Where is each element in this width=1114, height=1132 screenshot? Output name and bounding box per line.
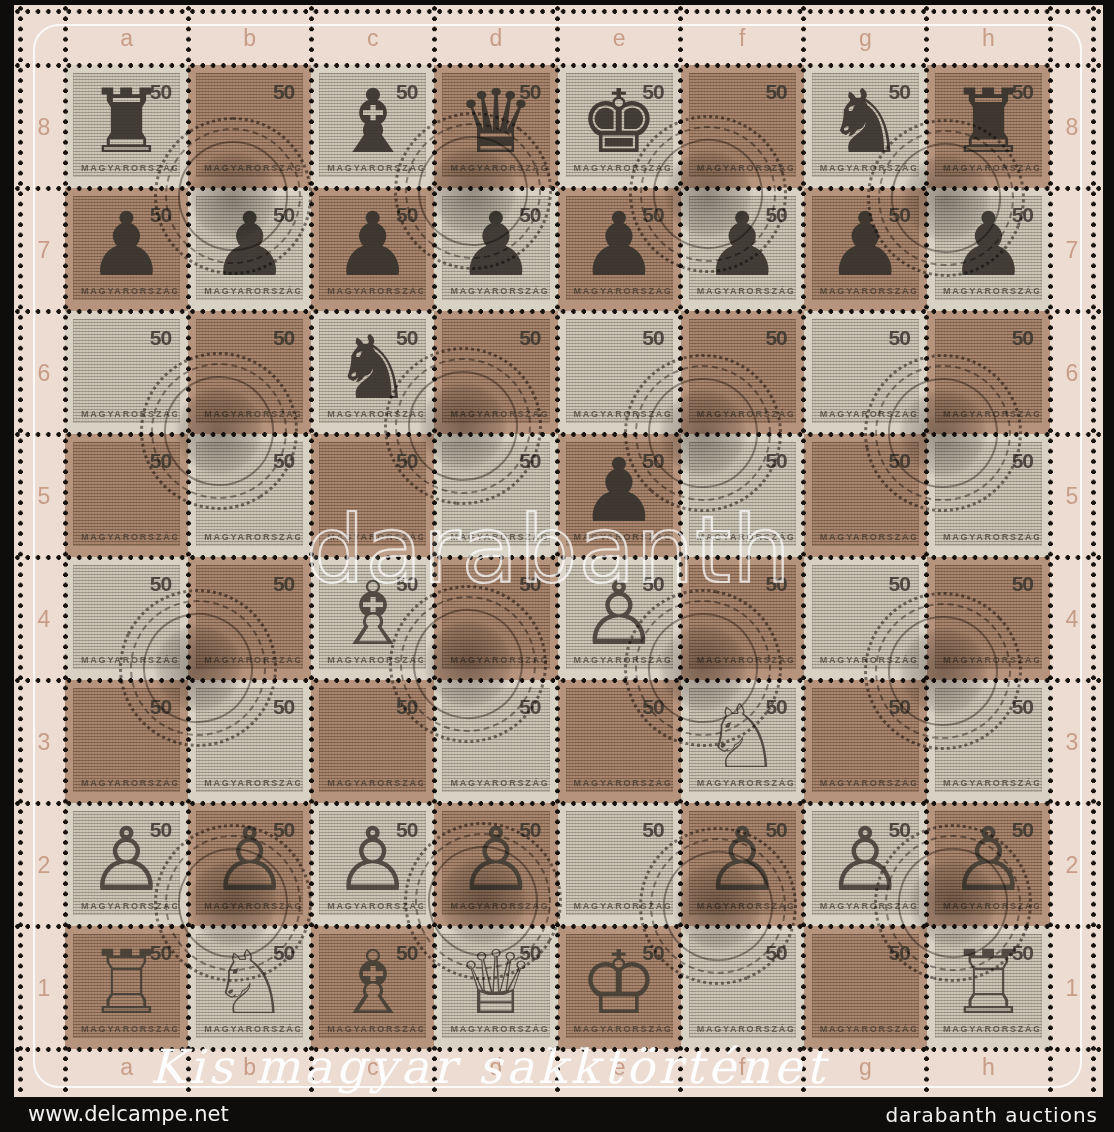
- stamp-b5: 50MAGYARORSZÁG: [188, 434, 311, 557]
- stamp-design: 50MAGYARORSZÁG: [73, 688, 180, 792]
- stamp-f7: 50MAGYARORSZÁG♟: [681, 188, 804, 311]
- white-pawn-d2: ♙: [442, 815, 549, 903]
- stamp-design: 50MAGYARORSZÁG: [689, 565, 796, 669]
- stamp-f6: 50MAGYARORSZÁG: [681, 311, 804, 434]
- stamp-denomination: 50: [519, 326, 540, 350]
- stamp-d8: 50MAGYARORSZÁG♛: [434, 65, 557, 188]
- stamp-country-label: MAGYARORSZÁG: [450, 655, 546, 665]
- stamp-g8: 50MAGYARORSZÁG♞: [804, 65, 927, 188]
- stamp-design: 50MAGYARORSZÁG♗: [319, 565, 426, 669]
- stamp-design: 50MAGYARORSZÁG: [196, 565, 303, 669]
- rank-label-right-6: 6: [1059, 360, 1085, 386]
- stamp-e4: 50MAGYARORSZÁG♙: [558, 557, 681, 680]
- stamp-f8: 50MAGYARORSZÁG: [681, 65, 804, 188]
- stamp-g2: 50MAGYARORSZÁG♙: [804, 803, 927, 926]
- stamp-d2: 50MAGYARORSZÁG♙: [434, 803, 557, 926]
- stamp-c7: 50MAGYARORSZÁG♟: [311, 188, 434, 311]
- white-pawn-g2: ♙: [812, 815, 919, 903]
- stamp-denomination: 50: [519, 572, 540, 596]
- white-rook-h1: ♖: [935, 938, 1042, 1026]
- stamp-c5: 50MAGYARORSZÁG: [311, 434, 434, 557]
- stamp-design: 50MAGYARORSZÁG: [566, 319, 673, 423]
- stamp-h2: 50MAGYARORSZÁG♙: [927, 803, 1050, 926]
- stamp-design: 50MAGYARORSZÁG: [442, 442, 549, 546]
- rank-label-left-7: 7: [31, 237, 57, 263]
- stamp-denomination: 50: [1012, 572, 1033, 596]
- stamp-country-label: MAGYARORSZÁG: [81, 655, 177, 665]
- stamp-f3: 50MAGYARORSZÁG♘: [681, 680, 804, 803]
- stamp-denomination: 50: [1012, 695, 1033, 719]
- stamp-design: 50MAGYARORSZÁG♟: [73, 196, 180, 300]
- stamp-sheet: aabbccddeeffgghh8877665544332211 50MAGYA…: [14, 5, 1103, 1097]
- black-rook-h8: ♜: [935, 77, 1042, 165]
- white-king-e1: ♔: [566, 938, 673, 1026]
- black-queen-d8: ♛: [442, 77, 549, 165]
- stamp-b8: 50MAGYARORSZÁG: [188, 65, 311, 188]
- stamp-e5: 50MAGYARORSZÁG♟: [558, 434, 681, 557]
- stamp-design: 50MAGYARORSZÁG: [566, 811, 673, 915]
- file-label-bottom-h: h: [975, 1054, 1001, 1080]
- white-knight-f3: ♘: [689, 692, 796, 780]
- stamp-c2: 50MAGYARORSZÁG♙: [311, 803, 434, 926]
- stamp-design: 50MAGYARORSZÁG♔: [566, 934, 673, 1038]
- stamp-b7: 50MAGYARORSZÁG♟: [188, 188, 311, 311]
- stamp-h1: 50MAGYARORSZÁG♖: [927, 926, 1050, 1049]
- file-label-bottom-e: e: [606, 1054, 632, 1080]
- stamp-h3: 50MAGYARORSZÁG: [927, 680, 1050, 803]
- stamp-denomination: 50: [150, 695, 171, 719]
- stamp-country-label: MAGYARORSZÁG: [697, 163, 793, 173]
- stamp-c4: 50MAGYARORSZÁG♗: [311, 557, 434, 680]
- white-pawn-c2: ♙: [319, 815, 426, 903]
- stamp-d4: 50MAGYARORSZÁG: [434, 557, 557, 680]
- stamp-b4: 50MAGYARORSZÁG: [188, 557, 311, 680]
- stamp-denomination: 50: [889, 695, 910, 719]
- stamp-denomination: 50: [889, 941, 910, 965]
- stamp-b3: 50MAGYARORSZÁG: [188, 680, 311, 803]
- stamp-design: 50MAGYARORSZÁG♛: [442, 73, 549, 177]
- rank-label-right-3: 3: [1059, 729, 1085, 755]
- stamp-d7: 50MAGYARORSZÁG♟: [434, 188, 557, 311]
- file-label-top-e: e: [606, 25, 632, 51]
- rank-label-left-3: 3: [31, 729, 57, 755]
- stamp-country-label: MAGYARORSZÁG: [697, 1024, 793, 1034]
- stamp-country-label: MAGYARORSZÁG: [450, 532, 546, 542]
- stamp-design: 50MAGYARORSZÁG♙: [812, 811, 919, 915]
- stamp-denomination: 50: [642, 326, 663, 350]
- stamp-country-label: MAGYARORSZÁG: [697, 655, 793, 665]
- stamp-design: 50MAGYARORSZÁG♖: [73, 934, 180, 1038]
- file-label-top-b: b: [237, 25, 263, 51]
- white-queen-d1: ♕: [442, 938, 549, 1026]
- stamp-h7: 50MAGYARORSZÁG♟: [927, 188, 1050, 311]
- black-king-e8: ♚: [566, 77, 673, 165]
- stamp-design: 50MAGYARORSZÁG♟: [689, 196, 796, 300]
- stamp-d5: 50MAGYARORSZÁG: [434, 434, 557, 557]
- stamp-f5: 50MAGYARORSZÁG: [681, 434, 804, 557]
- stamp-country-label: MAGYARORSZÁG: [820, 532, 916, 542]
- stamp-denomination: 50: [273, 695, 294, 719]
- stamp-c1: 50MAGYARORSZÁG♗: [311, 926, 434, 1049]
- rank-label-right-1: 1: [1059, 975, 1085, 1001]
- stamp-denomination: 50: [765, 326, 786, 350]
- stamp-country-label: MAGYARORSZÁG: [81, 778, 177, 788]
- stamp-b1: 50MAGYARORSZÁG♘: [188, 926, 311, 1049]
- stamp-design: 50MAGYARORSZÁG♖: [935, 934, 1042, 1038]
- stamp-country-label: MAGYARORSZÁG: [204, 655, 300, 665]
- stamp-design: 50MAGYARORSZÁG: [442, 565, 549, 669]
- stamp-design: 50MAGYARORSZÁG: [442, 688, 549, 792]
- stamp-e6: 50MAGYARORSZÁG: [558, 311, 681, 434]
- stamp-country-label: MAGYARORSZÁG: [327, 778, 423, 788]
- white-pawn-a2: ♙: [73, 815, 180, 903]
- stamp-design: 50MAGYARORSZÁG♘: [689, 688, 796, 792]
- file-label-bottom-f: f: [729, 1054, 755, 1080]
- stamp-denomination: 50: [519, 695, 540, 719]
- stamp-d1: 50MAGYARORSZÁG♕: [434, 926, 557, 1049]
- stamp-design: 50MAGYARORSZÁG♟: [566, 442, 673, 546]
- stamp-denomination: 50: [765, 80, 786, 104]
- stamp-design: 50MAGYARORSZÁG: [812, 319, 919, 423]
- stamp-e8: 50MAGYARORSZÁG♚: [558, 65, 681, 188]
- black-rook-a8: ♜: [73, 77, 180, 165]
- stamp-design: 50MAGYARORSZÁG: [196, 688, 303, 792]
- white-rook-a1: ♖: [73, 938, 180, 1026]
- stamp-design: 50MAGYARORSZÁG: [73, 319, 180, 423]
- stamp-design: 50MAGYARORSZÁG: [196, 73, 303, 177]
- stamp-design: 50MAGYARORSZÁG♙: [566, 565, 673, 669]
- stamp-design: 50MAGYARORSZÁG: [812, 442, 919, 546]
- stamp-denomination: 50: [889, 326, 910, 350]
- white-pawn-b2: ♙: [196, 815, 303, 903]
- stamp-denomination: 50: [150, 449, 171, 473]
- stamp-country-label: MAGYARORSZÁG: [81, 409, 177, 419]
- stamp-h5: 50MAGYARORSZÁG: [927, 434, 1050, 557]
- stamp-denomination: 50: [273, 449, 294, 473]
- stamp-design: 50MAGYARORSZÁG♞: [319, 319, 426, 423]
- stamp-country-label: MAGYARORSZÁG: [204, 163, 300, 173]
- stamp-d6: 50MAGYARORSZÁG: [434, 311, 557, 434]
- black-knight-c6: ♞: [319, 323, 426, 411]
- stamp-design: 50MAGYARORSZÁG♙: [319, 811, 426, 915]
- stamp-design: 50MAGYARORSZÁG: [566, 688, 673, 792]
- rank-label-left-4: 4: [31, 606, 57, 632]
- stamp-country-label: MAGYARORSZÁG: [81, 532, 177, 542]
- perforation-column: [17, 5, 24, 1097]
- perforation-row: [14, 8, 1103, 15]
- black-knight-g8: ♞: [812, 77, 919, 165]
- stamp-b6: 50MAGYARORSZÁG: [188, 311, 311, 434]
- stamp-design: 50MAGYARORSZÁG: [196, 442, 303, 546]
- rank-label-right-2: 2: [1059, 852, 1085, 878]
- stamp-design: 50MAGYARORSZÁG♟: [442, 196, 549, 300]
- file-label-top-h: h: [975, 25, 1001, 51]
- stamp-denomination: 50: [273, 572, 294, 596]
- black-pawn-e5: ♟: [566, 446, 673, 534]
- stamp-a1: 50MAGYARORSZÁG♖: [65, 926, 188, 1049]
- stamp-h4: 50MAGYARORSZÁG: [927, 557, 1050, 680]
- stamp-denomination: 50: [273, 80, 294, 104]
- stamp-c3: 50MAGYARORSZÁG: [311, 680, 434, 803]
- stamp-denomination: 50: [765, 572, 786, 596]
- file-label-bottom-a: a: [114, 1054, 140, 1080]
- white-knight-b1: ♘: [196, 938, 303, 1026]
- photo-watermark-right: darabanth auctions: [885, 1103, 1098, 1127]
- white-pawn-e4: ♙: [566, 569, 673, 657]
- stamp-a4: 50MAGYARORSZÁG: [65, 557, 188, 680]
- black-pawn-b7: ♟: [196, 200, 303, 288]
- stamp-design: 50MAGYARORSZÁG♙: [442, 811, 549, 915]
- stamp-denomination: 50: [889, 449, 910, 473]
- stamp-country-label: MAGYARORSZÁG: [450, 409, 546, 419]
- stamp-denomination: 50: [1012, 326, 1033, 350]
- file-label-top-d: d: [483, 25, 509, 51]
- black-pawn-e7: ♟: [566, 200, 673, 288]
- stamp-design: 50MAGYARORSZÁG♗: [319, 934, 426, 1038]
- file-label-top-c: c: [360, 25, 386, 51]
- stamp-g3: 50MAGYARORSZÁG: [804, 680, 927, 803]
- stamp-design: 50MAGYARORSZÁG♜: [73, 73, 180, 177]
- stamp-g1: 50MAGYARORSZÁG: [804, 926, 927, 1049]
- stamp-denomination: 50: [765, 449, 786, 473]
- rank-label-right-5: 5: [1059, 483, 1085, 509]
- black-bishop-c8: ♝: [319, 77, 426, 165]
- stamp-country-label: MAGYARORSZÁG: [820, 409, 916, 419]
- stamp-country-label: MAGYARORSZÁG: [697, 409, 793, 419]
- stamp-denomination: 50: [765, 941, 786, 965]
- stamp-country-label: MAGYARORSZÁG: [943, 778, 1039, 788]
- stamp-denomination: 50: [642, 818, 663, 842]
- rank-label-left-6: 6: [31, 360, 57, 386]
- rank-label-left-8: 8: [31, 114, 57, 140]
- stamp-design: 50MAGYARORSZÁG♕: [442, 934, 549, 1038]
- stamp-design: 50MAGYARORSZÁG♞: [812, 73, 919, 177]
- stamp-c6: 50MAGYARORSZÁG♞: [311, 311, 434, 434]
- stamp-design: 50MAGYARORSZÁG♜: [935, 73, 1042, 177]
- stamp-a8: 50MAGYARORSZÁG♜: [65, 65, 188, 188]
- stamp-g4: 50MAGYARORSZÁG: [804, 557, 927, 680]
- stamp-a5: 50MAGYARORSZÁG: [65, 434, 188, 557]
- rank-label-left-2: 2: [31, 852, 57, 878]
- stamp-f4: 50MAGYARORSZÁG: [681, 557, 804, 680]
- file-label-top-f: f: [729, 25, 755, 51]
- file-label-bottom-c: c: [360, 1054, 386, 1080]
- stamp-design: 50MAGYARORSZÁG♟: [566, 196, 673, 300]
- black-pawn-g7: ♟: [812, 200, 919, 288]
- stamp-country-label: MAGYARORSZÁG: [943, 409, 1039, 419]
- photo-watermark-left: www.delcampe.net: [28, 1102, 229, 1126]
- stamp-country-label: MAGYARORSZÁG: [943, 655, 1039, 665]
- stamp-h8: 50MAGYARORSZÁG♜: [927, 65, 1050, 188]
- stamp-country-label: MAGYARORSZÁG: [943, 532, 1039, 542]
- stamp-denomination: 50: [273, 326, 294, 350]
- stamp-country-label: MAGYARORSZÁG: [574, 409, 670, 419]
- stamp-design: 50MAGYARORSZÁG: [935, 565, 1042, 669]
- stamp-design: 50MAGYARORSZÁG♟: [319, 196, 426, 300]
- stamp-design: 50MAGYARORSZÁG: [73, 442, 180, 546]
- file-label-bottom-g: g: [852, 1054, 878, 1080]
- perforation-column: [1090, 5, 1097, 1097]
- file-label-bottom-b: b: [237, 1054, 263, 1080]
- stamp-design: 50MAGYARORSZÁG: [689, 442, 796, 546]
- rank-label-right-4: 4: [1059, 606, 1085, 632]
- stamp-f1: 50MAGYARORSZÁG: [681, 926, 804, 1049]
- stamp-country-label: MAGYARORSZÁG: [574, 901, 670, 911]
- stamp-country-label: MAGYARORSZÁG: [574, 778, 670, 788]
- stamp-country-label: MAGYARORSZÁG: [820, 778, 916, 788]
- stamp-denomination: 50: [396, 695, 417, 719]
- stamp-denomination: 50: [519, 449, 540, 473]
- stamp-design: 50MAGYARORSZÁG: [319, 442, 426, 546]
- stamp-design: 50MAGYARORSZÁG: [689, 319, 796, 423]
- file-label-top-a: a: [114, 25, 140, 51]
- stamp-design: 50MAGYARORSZÁG: [935, 688, 1042, 792]
- stamp-design: 50MAGYARORSZÁG: [689, 73, 796, 177]
- stamp-e1: 50MAGYARORSZÁG♔: [558, 926, 681, 1049]
- stamp-denomination: 50: [1012, 449, 1033, 473]
- file-label-bottom-d: d: [483, 1054, 509, 1080]
- stamp-a3: 50MAGYARORSZÁG: [65, 680, 188, 803]
- stamp-e2: 50MAGYARORSZÁG: [558, 803, 681, 926]
- white-bishop-c1: ♗: [319, 938, 426, 1026]
- stamp-denomination: 50: [642, 695, 663, 719]
- stamp-country-label: MAGYARORSZÁG: [450, 778, 546, 788]
- black-pawn-d7: ♟: [442, 200, 549, 288]
- stamp-e3: 50MAGYARORSZÁG: [558, 680, 681, 803]
- stamp-design: 50MAGYARORSZÁG: [196, 319, 303, 423]
- stamp-design: 50MAGYARORSZÁG: [935, 442, 1042, 546]
- stamp-g5: 50MAGYARORSZÁG: [804, 434, 927, 557]
- stamp-design: 50MAGYARORSZÁG♟: [812, 196, 919, 300]
- white-pawn-h2: ♙: [935, 815, 1042, 903]
- white-pawn-f2: ♙: [689, 815, 796, 903]
- rank-label-right-7: 7: [1059, 237, 1085, 263]
- stamp-denomination: 50: [396, 449, 417, 473]
- stamp-denomination: 50: [150, 326, 171, 350]
- stamp-country-label: MAGYARORSZÁG: [820, 655, 916, 665]
- stamp-b2: 50MAGYARORSZÁG♙: [188, 803, 311, 926]
- stamp-design: 50MAGYARORSZÁG: [319, 688, 426, 792]
- stamp-design: 50MAGYARORSZÁG: [812, 934, 919, 1038]
- black-pawn-h7: ♟: [935, 200, 1042, 288]
- stamp-design: 50MAGYARORSZÁG♙: [73, 811, 180, 915]
- stamp-country-label: MAGYARORSZÁG: [204, 532, 300, 542]
- stamp-design: 50MAGYARORSZÁG♙: [689, 811, 796, 915]
- stamp-a2: 50MAGYARORSZÁG♙: [65, 803, 188, 926]
- rank-label-right-8: 8: [1059, 114, 1085, 140]
- stamp-design: 50MAGYARORSZÁG: [812, 688, 919, 792]
- stamp-country-label: MAGYARORSZÁG: [697, 532, 793, 542]
- stamp-country-label: MAGYARORSZÁG: [204, 778, 300, 788]
- rank-label-left-1: 1: [31, 975, 57, 1001]
- stamp-c8: 50MAGYARORSZÁG♝: [311, 65, 434, 188]
- stamp-denomination: 50: [150, 572, 171, 596]
- stamp-a7: 50MAGYARORSZÁG♟: [65, 188, 188, 311]
- rank-label-left-5: 5: [31, 483, 57, 509]
- stamp-design: 50MAGYARORSZÁG♚: [566, 73, 673, 177]
- black-pawn-c7: ♟: [319, 200, 426, 288]
- stamp-design: 50MAGYARORSZÁG♙: [196, 811, 303, 915]
- black-pawn-f7: ♟: [689, 200, 796, 288]
- stamp-design: 50MAGYARORSZÁG: [689, 934, 796, 1038]
- stamp-design: 50MAGYARORSZÁG: [812, 565, 919, 669]
- stamp-e7: 50MAGYARORSZÁG♟: [558, 188, 681, 311]
- stamp-g7: 50MAGYARORSZÁG♟: [804, 188, 927, 311]
- stamp-design: 50MAGYARORSZÁG: [442, 319, 549, 423]
- stamp-f2: 50MAGYARORSZÁG♙: [681, 803, 804, 926]
- stamp-a6: 50MAGYARORSZÁG: [65, 311, 188, 434]
- file-label-top-g: g: [852, 25, 878, 51]
- stamp-h6: 50MAGYARORSZÁG: [927, 311, 1050, 434]
- stamp-design: 50MAGYARORSZÁG♝: [319, 73, 426, 177]
- stamp-denomination: 50: [889, 572, 910, 596]
- stamp-country-label: MAGYARORSZÁG: [820, 1024, 916, 1034]
- stamp-country-label: MAGYARORSZÁG: [327, 532, 423, 542]
- stamp-g6: 50MAGYARORSZÁG: [804, 311, 927, 434]
- stamp-design: 50MAGYARORSZÁG: [935, 319, 1042, 423]
- stamp-design: 50MAGYARORSZÁG♟: [935, 196, 1042, 300]
- white-bishop-c4: ♗: [319, 569, 426, 657]
- stamp-design: 50MAGYARORSZÁG♙: [935, 811, 1042, 915]
- stamp-d3: 50MAGYARORSZÁG: [434, 680, 557, 803]
- black-pawn-a7: ♟: [73, 200, 180, 288]
- stamp-design: 50MAGYARORSZÁG: [73, 565, 180, 669]
- stamp-design: 50MAGYARORSZÁG♟: [196, 196, 303, 300]
- chess-board: 50MAGYARORSZÁG♜50MAGYARORSZÁG50MAGYARORS…: [65, 65, 1050, 1049]
- stamp-country-label: MAGYARORSZÁG: [204, 409, 300, 419]
- stamp-design: 50MAGYARORSZÁG♘: [196, 934, 303, 1038]
- auction-photo: aabbccddeeffgghh8877665544332211 50MAGYA…: [0, 0, 1114, 1132]
